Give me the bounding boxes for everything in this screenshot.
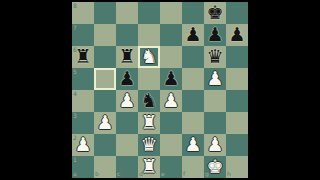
chess-board: 8♚7♟♟♟6♜♜♞♛5♟♟♟4♟♞♟3♟♜2♟♛♟♟1abcd♜efg♚h	[72, 2, 248, 178]
white-pawn[interactable]: ♟	[96, 113, 113, 132]
file-label-a: a	[73, 171, 77, 177]
white-pawn[interactable]: ♟	[184, 135, 201, 154]
square-b4[interactable]	[94, 90, 116, 112]
square-e4[interactable]: ♟	[160, 90, 182, 112]
square-h2[interactable]	[226, 134, 248, 156]
file-label-h: h	[227, 171, 231, 177]
square-c7[interactable]	[116, 24, 138, 46]
black-pawn[interactable]: ♟	[184, 25, 201, 44]
square-g3[interactable]	[204, 112, 226, 134]
square-g4[interactable]	[204, 90, 226, 112]
square-f6[interactable]	[182, 46, 204, 68]
black-pawn[interactable]: ♟	[162, 69, 179, 88]
square-c5[interactable]: ♟	[116, 68, 138, 90]
square-g6[interactable]: ♛	[204, 46, 226, 68]
square-g1[interactable]: g♚	[204, 156, 226, 178]
square-b6[interactable]	[94, 46, 116, 68]
square-g7[interactable]: ♟	[204, 24, 226, 46]
square-g2[interactable]: ♟	[204, 134, 226, 156]
white-pawn[interactable]: ♟	[118, 91, 135, 110]
square-e5[interactable]: ♟	[160, 68, 182, 90]
square-a3[interactable]: 3	[72, 112, 94, 134]
file-label-b: b	[95, 171, 99, 177]
square-c6[interactable]: ♜	[116, 46, 138, 68]
square-f2[interactable]: ♟	[182, 134, 204, 156]
white-king[interactable]: ♚	[206, 157, 223, 176]
square-a1[interactable]: 1a	[72, 156, 94, 178]
black-pawn[interactable]: ♟	[118, 69, 135, 88]
square-a5[interactable]: 5	[72, 68, 94, 90]
square-h6[interactable]	[226, 46, 248, 68]
black-pawn[interactable]: ♟	[228, 25, 245, 44]
square-h8[interactable]	[226, 2, 248, 24]
square-f3[interactable]	[182, 112, 204, 134]
black-pawn[interactable]: ♟	[206, 25, 223, 44]
rank-label-1: 1	[73, 157, 77, 163]
white-rook[interactable]: ♜	[140, 113, 157, 132]
white-knight[interactable]: ♞	[140, 47, 157, 66]
square-f5[interactable]	[182, 68, 204, 90]
square-h1[interactable]: h	[226, 156, 248, 178]
square-d4[interactable]: ♞	[138, 90, 160, 112]
square-f4[interactable]	[182, 90, 204, 112]
square-e1[interactable]: e	[160, 156, 182, 178]
square-a8[interactable]: 8	[72, 2, 94, 24]
square-b2[interactable]	[94, 134, 116, 156]
square-b5[interactable]	[94, 68, 116, 90]
square-a7[interactable]: 7	[72, 24, 94, 46]
rank-label-8: 8	[73, 3, 77, 9]
square-f1[interactable]: f	[182, 156, 204, 178]
file-label-c: c	[117, 171, 120, 177]
file-label-e: e	[161, 171, 165, 177]
letterbox-background: 8♚7♟♟♟6♜♜♞♛5♟♟♟4♟♞♟3♟♜2♟♛♟♟1abcd♜efg♚h	[0, 0, 320, 180]
square-e2[interactable]	[160, 134, 182, 156]
square-h4[interactable]	[226, 90, 248, 112]
square-e8[interactable]	[160, 2, 182, 24]
white-pawn[interactable]: ♟	[206, 69, 223, 88]
square-b7[interactable]	[94, 24, 116, 46]
square-b8[interactable]	[94, 2, 116, 24]
square-b1[interactable]: b	[94, 156, 116, 178]
white-rook[interactable]: ♜	[140, 157, 157, 176]
square-c8[interactable]	[116, 2, 138, 24]
black-queen[interactable]: ♛	[206, 47, 223, 66]
square-a4[interactable]: 4	[72, 90, 94, 112]
rank-label-3: 3	[73, 113, 77, 119]
square-h7[interactable]: ♟	[226, 24, 248, 46]
square-e3[interactable]	[160, 112, 182, 134]
square-c2[interactable]	[116, 134, 138, 156]
square-g8[interactable]: ♚	[204, 2, 226, 24]
square-a6[interactable]: 6♜	[72, 46, 94, 68]
square-c3[interactable]	[116, 112, 138, 134]
square-d5[interactable]	[138, 68, 160, 90]
square-d8[interactable]	[138, 2, 160, 24]
square-h3[interactable]	[226, 112, 248, 134]
square-a2[interactable]: 2♟	[72, 134, 94, 156]
white-pawn[interactable]: ♟	[162, 91, 179, 110]
black-knight[interactable]: ♞	[140, 91, 157, 110]
square-c4[interactable]: ♟	[116, 90, 138, 112]
square-h5[interactable]	[226, 68, 248, 90]
square-e7[interactable]	[160, 24, 182, 46]
rank-label-4: 4	[73, 91, 77, 97]
rank-label-7: 7	[73, 25, 77, 31]
square-b3[interactable]: ♟	[94, 112, 116, 134]
white-queen[interactable]: ♛	[140, 135, 157, 154]
square-d7[interactable]	[138, 24, 160, 46]
square-d1[interactable]: d♜	[138, 156, 160, 178]
white-pawn[interactable]: ♟	[206, 135, 223, 154]
rank-label-5: 5	[73, 69, 77, 75]
black-rook[interactable]: ♜	[74, 47, 91, 66]
square-f7[interactable]: ♟	[182, 24, 204, 46]
black-rook[interactable]: ♜	[118, 47, 135, 66]
file-label-f: f	[183, 171, 185, 177]
square-e6[interactable]	[160, 46, 182, 68]
square-c1[interactable]: c	[116, 156, 138, 178]
square-f8[interactable]	[182, 2, 204, 24]
square-g5[interactable]: ♟	[204, 68, 226, 90]
white-pawn[interactable]: ♟	[74, 135, 91, 154]
square-d2[interactable]: ♛	[138, 134, 160, 156]
square-d3[interactable]: ♜	[138, 112, 160, 134]
black-king[interactable]: ♚	[206, 3, 223, 22]
square-d6[interactable]: ♞	[138, 46, 160, 68]
